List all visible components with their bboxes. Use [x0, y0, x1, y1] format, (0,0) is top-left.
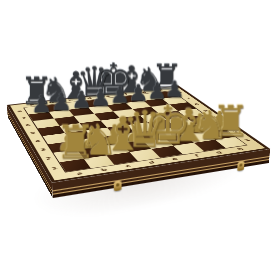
- product-photo: abcdefgh abcdefgh 87654321 87654321 ♜♞♝♛…: [0, 0, 272, 272]
- brass-latch-left: [114, 181, 122, 192]
- piece-black-pawn: ♟: [71, 88, 92, 112]
- piece-black-pawn: ♟: [30, 92, 52, 116]
- piece-black-pawn: ♟: [51, 90, 72, 114]
- square-a7: ♟: [29, 112, 54, 121]
- chess-board: abcdefgh abcdefgh 87654321 87654321 ♜♞♝♛…: [7, 86, 270, 183]
- piece-white-rook: ♜: [54, 118, 96, 165]
- piece-black-pawn: ♟: [90, 86, 111, 109]
